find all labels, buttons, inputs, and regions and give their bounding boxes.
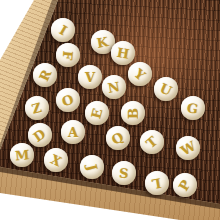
bead-H: H	[111, 41, 135, 65]
bead-Y: Y	[128, 62, 152, 86]
bead-letter-D: D	[32, 126, 49, 143]
bead-letter-W: W	[178, 139, 197, 158]
bead-letter-A: A	[68, 126, 78, 139]
bead-F: F	[56, 43, 80, 67]
bead-L: L	[145, 171, 169, 195]
bead-Z: Z	[25, 96, 49, 120]
bead-letter-Y: Y	[132, 66, 147, 82]
bead-letter-M: M	[14, 148, 29, 162]
bead-letter-J: J	[85, 162, 99, 171]
bead-N: N	[102, 75, 126, 99]
bead-letter-I: I	[57, 23, 69, 37]
bead-letter-F: F	[61, 50, 75, 60]
bead-Q: Q	[106, 126, 130, 150]
beads-layer: IKHFYRVNUOZEBGADQTWMXJSLP	[0, 0, 220, 220]
bead-letter-S: S	[119, 166, 129, 180]
bead-letter-P: P	[177, 178, 193, 193]
bead-T: T	[140, 130, 164, 154]
bead-U: U	[154, 77, 178, 101]
bead-letter-Z: Z	[31, 100, 44, 115]
bead-D: D	[28, 123, 52, 147]
bead-R: R	[33, 63, 57, 87]
bead-J: J	[80, 155, 104, 179]
bead-letter-O: O	[60, 92, 75, 108]
bead-M: M	[10, 143, 34, 167]
bead-letter-U: U	[158, 81, 174, 98]
bead-letter-K: K	[96, 35, 109, 50]
bead-W: W	[176, 136, 200, 160]
bead-letter-T: T	[144, 134, 160, 150]
bead-letter-H: H	[116, 46, 130, 61]
bead-B: B	[121, 101, 145, 125]
bead-letter-N: N	[107, 80, 121, 95]
bead-letter-B: B	[127, 108, 140, 119]
bead-S: S	[112, 161, 136, 185]
bead-A: A	[61, 120, 85, 144]
bead-letter-R: R	[37, 67, 53, 82]
bead-V: V	[78, 65, 102, 89]
bead-letter-V: V	[85, 71, 95, 84]
bead-E: E	[85, 101, 109, 125]
bead-letter-G: G	[186, 101, 199, 116]
bead-I: I	[51, 18, 75, 42]
bead-P: P	[173, 173, 197, 197]
bead-X: X	[44, 148, 68, 172]
bead-letter-Q: Q	[110, 130, 126, 147]
bead-letter-E: E	[89, 107, 104, 120]
bead-letter-X: X	[49, 152, 64, 168]
bead-G: G	[181, 96, 205, 120]
bead-O: O	[56, 88, 80, 112]
bead-letter-L: L	[151, 176, 162, 190]
